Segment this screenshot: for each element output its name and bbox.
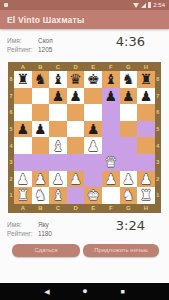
rank-label-6: 6 xyxy=(155,104,161,121)
square-c6[interactable] xyxy=(49,104,67,121)
white-queen: ♛ xyxy=(104,154,117,170)
wifi-icon xyxy=(133,3,139,8)
rank-label-3: 3 xyxy=(155,154,161,171)
rank-label-1: 1 xyxy=(155,187,161,204)
status-bar: 2:54 xyxy=(0,0,169,10)
square-g8[interactable]: ♞ xyxy=(120,71,138,88)
white-pawn: ♟ xyxy=(140,171,153,187)
file-label-g: G xyxy=(120,204,138,212)
player-rating-label: Рейтинг: xyxy=(7,230,33,237)
square-g3[interactable] xyxy=(120,154,138,171)
black-rook: ♜ xyxy=(17,71,30,87)
square-a1[interactable]: ♜ xyxy=(14,187,32,204)
offer-draw-button[interactable]: Предложить ничью xyxy=(83,244,159,257)
square-c3[interactable] xyxy=(49,154,67,171)
black-pawn: ♟ xyxy=(34,121,47,137)
square-c5[interactable] xyxy=(49,121,67,138)
file-label-a: A xyxy=(14,63,32,71)
file-label-e: E xyxy=(84,63,102,71)
player-clock: 3:24 xyxy=(116,218,145,233)
square-a8[interactable]: ♜ xyxy=(14,71,32,88)
white-king: ♚ xyxy=(87,187,100,203)
chess-board: ABCDEFGH 87654321 ♜♞♝♛♚♝♞♜♟♟♟♟♟♟♟♟♝♟♛♟♟♟… xyxy=(8,62,161,213)
square-c1[interactable]: ♝ xyxy=(49,187,67,204)
square-a3[interactable] xyxy=(14,154,32,171)
square-a7[interactable] xyxy=(14,88,32,105)
square-e1[interactable]: ♚ xyxy=(84,187,102,204)
square-g5[interactable] xyxy=(120,121,138,138)
square-e7[interactable] xyxy=(84,88,102,105)
chess-app-screen: { "status_bar": { "time": "2:54" }, "app… xyxy=(0,0,169,300)
white-rook: ♜ xyxy=(17,187,30,203)
file-label-a: A xyxy=(14,204,32,212)
square-g1[interactable]: ♞ xyxy=(120,187,138,204)
square-f7[interactable]: ♟ xyxy=(102,88,120,105)
file-labels-top: ABCDEFGH xyxy=(14,63,161,71)
rank-label-4: 4 xyxy=(155,137,161,154)
black-king: ♚ xyxy=(87,71,100,87)
file-label-b: B xyxy=(32,63,50,71)
rank-label-2: 2 xyxy=(155,171,161,188)
file-label-d: D xyxy=(67,204,85,212)
player-rating-row: Рейтинг: 1180 xyxy=(7,230,33,237)
black-pawn: ♟ xyxy=(122,88,135,104)
opponent-name-label: Имя: xyxy=(7,37,21,44)
white-bishop: ♝ xyxy=(52,138,65,154)
file-label-b: B xyxy=(32,204,50,212)
opponent-rating-label: Рейтинг: xyxy=(7,46,33,53)
opponent-info: Имя: Скоп Рейтинг: 1205 4:36 xyxy=(0,33,169,57)
square-c4[interactable]: ♝ xyxy=(49,137,67,154)
file-label-g: G xyxy=(120,63,138,71)
battery-icon xyxy=(148,2,151,8)
white-pawn: ♟ xyxy=(122,171,135,187)
board-squares: ♜♞♝♛♚♝♞♜♟♟♟♟♟♟♟♟♝♟♛♟♟♟♟♟♟♟♜♞♝♚♞♜ xyxy=(14,71,155,204)
file-label-h: H xyxy=(137,204,155,212)
black-pawn: ♟ xyxy=(52,88,65,104)
white-pawn: ♟ xyxy=(87,138,100,154)
square-f8[interactable]: ♝ xyxy=(102,71,120,88)
square-b3[interactable] xyxy=(32,154,50,171)
square-f3[interactable]: ♛ xyxy=(102,154,120,171)
square-a4[interactable] xyxy=(14,137,32,154)
square-b1[interactable]: ♞ xyxy=(32,187,50,204)
file-label-c: C xyxy=(49,63,67,71)
opponent-name: Скоп xyxy=(38,37,53,44)
square-d1[interactable] xyxy=(67,187,85,204)
square-h5[interactable] xyxy=(137,121,155,138)
square-g4[interactable] xyxy=(120,137,138,154)
square-h7[interactable]: ♟ xyxy=(137,88,155,105)
square-c2[interactable]: ♟ xyxy=(49,171,67,188)
square-h4[interactable] xyxy=(137,137,155,154)
black-rook: ♜ xyxy=(140,71,153,87)
resign-button[interactable]: Сдаться xyxy=(12,244,80,257)
player-name: Яку xyxy=(38,221,49,228)
black-pawn: ♟ xyxy=(87,121,100,137)
status-time: 2:54 xyxy=(153,0,165,10)
square-d2[interactable]: ♟ xyxy=(67,171,85,188)
white-pawn: ♟ xyxy=(104,171,117,187)
square-a6[interactable] xyxy=(14,104,32,121)
rank-label-5: 5 xyxy=(155,121,161,138)
black-knight: ♞ xyxy=(122,71,135,87)
white-rook: ♜ xyxy=(140,187,153,203)
player-info: Имя: Яку Рейтинг: 1180 3:24 xyxy=(0,217,169,241)
app-title: El Vinto Шахматы xyxy=(7,15,84,25)
square-g6[interactable] xyxy=(120,104,138,121)
square-e8[interactable]: ♚ xyxy=(84,71,102,88)
square-e2[interactable] xyxy=(84,171,102,188)
square-e3[interactable] xyxy=(84,154,102,171)
square-f1[interactable] xyxy=(102,187,120,204)
file-label-h: H xyxy=(137,63,155,71)
square-f2[interactable]: ♟ xyxy=(102,171,120,188)
white-pawn: ♟ xyxy=(17,171,30,187)
square-c8[interactable]: ♝ xyxy=(49,71,67,88)
notification-icon xyxy=(4,3,8,7)
square-h6[interactable] xyxy=(137,104,155,121)
square-d8[interactable]: ♛ xyxy=(67,71,85,88)
file-label-c: C xyxy=(49,204,67,212)
square-h8[interactable]: ♜ xyxy=(137,71,155,88)
black-pawn: ♟ xyxy=(140,88,153,104)
opponent-name-row: Имя: Скоп xyxy=(7,37,21,44)
square-d4[interactable] xyxy=(67,137,85,154)
black-knight: ♞ xyxy=(34,71,47,87)
white-knight: ♞ xyxy=(122,187,135,203)
rank-labels-right: 87654321 xyxy=(155,71,161,204)
square-f6[interactable] xyxy=(102,104,120,121)
square-f4[interactable] xyxy=(102,137,120,154)
opponent-clock: 4:36 xyxy=(116,34,145,49)
square-b5[interactable]: ♟ xyxy=(32,121,50,138)
opponent-rating-row: Рейтинг: 1205 xyxy=(7,46,33,53)
black-bishop: ♝ xyxy=(52,71,65,87)
square-b7[interactable] xyxy=(32,88,50,105)
square-e6[interactable] xyxy=(84,104,102,121)
square-b6[interactable] xyxy=(32,104,50,121)
square-b8[interactable]: ♞ xyxy=(32,71,50,88)
white-pawn: ♟ xyxy=(52,171,65,187)
player-name-label: Имя: xyxy=(7,221,21,228)
square-a5[interactable]: ♟ xyxy=(14,121,32,138)
white-pawn: ♟ xyxy=(69,171,82,187)
square-d7[interactable]: ♟ xyxy=(67,88,85,105)
rank-label-8: 8 xyxy=(155,71,161,88)
square-g2[interactable]: ♟ xyxy=(120,171,138,188)
square-d6[interactable] xyxy=(67,104,85,121)
black-pawn: ♟ xyxy=(69,88,82,104)
file-labels-bottom: ABCDEFGH xyxy=(14,204,161,212)
square-g7[interactable]: ♟ xyxy=(120,88,138,105)
white-pawn: ♟ xyxy=(34,171,47,187)
white-bishop: ♝ xyxy=(52,187,65,203)
square-h2[interactable]: ♟ xyxy=(137,171,155,188)
square-d3[interactable] xyxy=(67,154,85,171)
recents-icon[interactable]: ■ xyxy=(120,283,124,300)
black-pawn: ♟ xyxy=(17,121,30,137)
rank-label-7: 7 xyxy=(155,88,161,105)
square-d5[interactable] xyxy=(67,121,85,138)
opponent-rating: 1205 xyxy=(38,46,52,53)
white-knight: ♞ xyxy=(34,187,47,203)
square-h1[interactable]: ♜ xyxy=(137,187,155,204)
file-label-f: F xyxy=(102,63,120,71)
back-icon[interactable]: ◀ xyxy=(44,283,49,300)
android-nav-bar: ◀ ● ■ xyxy=(0,283,169,300)
player-rating: 1180 xyxy=(38,230,52,237)
black-pawn: ♟ xyxy=(104,88,117,104)
black-bishop: ♝ xyxy=(104,71,117,87)
square-b2[interactable]: ♟ xyxy=(32,171,50,188)
action-buttons: Сдаться Предложить ничью xyxy=(0,241,169,257)
file-label-e: E xyxy=(84,204,102,212)
square-e5[interactable]: ♟ xyxy=(84,121,102,138)
home-icon[interactable]: ● xyxy=(82,283,87,300)
square-f5[interactable] xyxy=(102,121,120,138)
square-c7[interactable]: ♟ xyxy=(49,88,67,105)
square-e4[interactable]: ♟ xyxy=(84,137,102,154)
square-b4[interactable] xyxy=(32,137,50,154)
file-label-f: F xyxy=(102,204,120,212)
app-bar: El Vinto Шахматы xyxy=(0,10,169,29)
file-label-d: D xyxy=(67,63,85,71)
player-name-row: Имя: Яку xyxy=(7,221,21,228)
square-a2[interactable]: ♟ xyxy=(14,171,32,188)
black-queen: ♛ xyxy=(69,71,82,87)
signal-icon xyxy=(141,3,146,8)
square-h3[interactable] xyxy=(137,154,155,171)
